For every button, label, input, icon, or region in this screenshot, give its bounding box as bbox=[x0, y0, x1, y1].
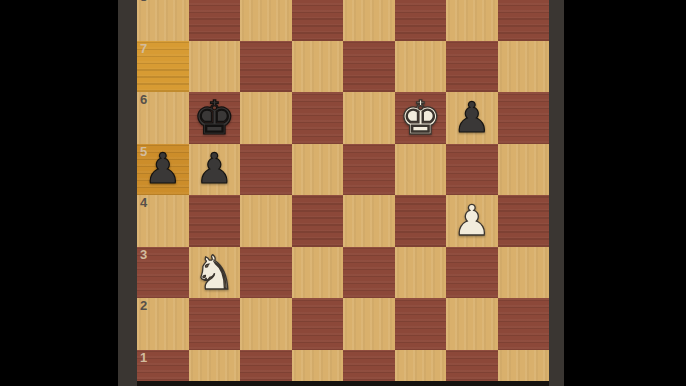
square-f8[interactable] bbox=[395, 0, 447, 41]
square-g4[interactable]: ♟ bbox=[446, 195, 498, 247]
square-h7[interactable] bbox=[498, 41, 550, 93]
square-f2[interactable] bbox=[395, 298, 447, 350]
square-e5[interactable] bbox=[343, 144, 395, 196]
rank-label-1: 1 bbox=[140, 351, 147, 365]
piece-white-knight[interactable]: ♞ bbox=[193, 249, 235, 296]
square-h8[interactable] bbox=[498, 0, 550, 41]
square-b5[interactable]: ♟ bbox=[189, 144, 241, 196]
square-b8[interactable] bbox=[189, 0, 241, 41]
square-c4[interactable] bbox=[240, 195, 292, 247]
square-d6[interactable] bbox=[292, 92, 344, 144]
square-b3[interactable]: ♞ bbox=[189, 247, 241, 299]
square-g5[interactable] bbox=[446, 144, 498, 196]
square-f7[interactable] bbox=[395, 41, 447, 93]
piece-black-pawn[interactable]: ♟ bbox=[453, 97, 491, 139]
square-g7[interactable] bbox=[446, 41, 498, 93]
square-f6[interactable]: ♚ bbox=[395, 92, 447, 144]
square-b6[interactable]: ♚ bbox=[189, 92, 241, 144]
square-h6[interactable] bbox=[498, 92, 550, 144]
square-c6[interactable] bbox=[240, 92, 292, 144]
rank-label-7: 7 bbox=[140, 42, 147, 56]
square-c8[interactable] bbox=[240, 0, 292, 41]
rank-label-4: 4 bbox=[140, 196, 147, 210]
square-d3[interactable] bbox=[292, 247, 344, 299]
square-g3[interactable] bbox=[446, 247, 498, 299]
square-c5[interactable] bbox=[240, 144, 292, 196]
square-e8[interactable] bbox=[343, 0, 395, 41]
square-c3[interactable] bbox=[240, 247, 292, 299]
square-d5[interactable] bbox=[292, 144, 344, 196]
piece-white-king[interactable]: ♚ bbox=[399, 94, 441, 141]
square-e4[interactable] bbox=[343, 195, 395, 247]
piece-black-king[interactable]: ♚ bbox=[193, 94, 235, 141]
square-e6[interactable] bbox=[343, 92, 395, 144]
square-e3[interactable] bbox=[343, 247, 395, 299]
square-h5[interactable] bbox=[498, 144, 550, 196]
square-a4[interactable]: 4 bbox=[137, 195, 189, 247]
square-g8[interactable] bbox=[446, 0, 498, 41]
rank-label-6: 6 bbox=[140, 93, 147, 107]
square-e2[interactable] bbox=[343, 298, 395, 350]
square-g6[interactable]: ♟ bbox=[446, 92, 498, 144]
piece-white-pawn[interactable]: ♟ bbox=[453, 200, 491, 242]
square-c2[interactable] bbox=[240, 298, 292, 350]
piece-black-pawn[interactable]: ♟ bbox=[195, 148, 233, 190]
square-f5[interactable] bbox=[395, 144, 447, 196]
square-h4[interactable] bbox=[498, 195, 550, 247]
square-d2[interactable] bbox=[292, 298, 344, 350]
letterbox-right bbox=[564, 0, 686, 386]
square-e7[interactable] bbox=[343, 41, 395, 93]
square-a5[interactable]: 5♟ bbox=[137, 144, 189, 196]
square-a6[interactable]: 6 bbox=[137, 92, 189, 144]
piece-black-pawn[interactable]: ♟ bbox=[144, 148, 182, 190]
letterbox-left bbox=[0, 0, 118, 386]
square-a8[interactable]: 8 bbox=[137, 0, 189, 41]
square-a3[interactable]: 3 bbox=[137, 247, 189, 299]
square-a2[interactable]: 2 bbox=[137, 298, 189, 350]
rank-label-2: 2 bbox=[140, 299, 147, 313]
board-bottom-edge bbox=[137, 381, 549, 386]
square-f3[interactable] bbox=[395, 247, 447, 299]
rank-label-8: 8 bbox=[140, 0, 147, 4]
video-frame: 876♚♚♟5♟♟4♟3♞21 bbox=[0, 0, 686, 386]
square-h2[interactable] bbox=[498, 298, 550, 350]
square-d4[interactable] bbox=[292, 195, 344, 247]
square-h3[interactable] bbox=[498, 247, 550, 299]
rank-label-3: 3 bbox=[140, 248, 147, 262]
square-a7[interactable]: 7 bbox=[137, 41, 189, 93]
square-b4[interactable] bbox=[189, 195, 241, 247]
square-b2[interactable] bbox=[189, 298, 241, 350]
square-b7[interactable] bbox=[189, 41, 241, 93]
square-f4[interactable] bbox=[395, 195, 447, 247]
chess-board[interactable]: 876♚♚♟5♟♟4♟3♞21 bbox=[137, 0, 549, 386]
square-d8[interactable] bbox=[292, 0, 344, 41]
square-c7[interactable] bbox=[240, 41, 292, 93]
square-d7[interactable] bbox=[292, 41, 344, 93]
square-g2[interactable] bbox=[446, 298, 498, 350]
